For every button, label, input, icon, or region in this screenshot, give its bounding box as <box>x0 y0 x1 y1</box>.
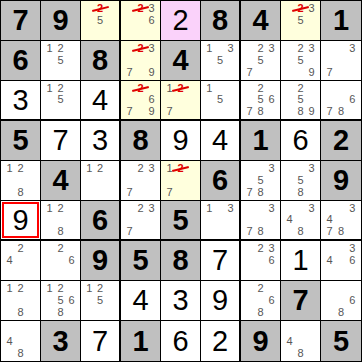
candidate-5: 5 <box>295 15 306 27</box>
solved-digit: 2 <box>161 1 200 40</box>
candidate-6: 6 <box>66 295 77 307</box>
candidate-3: 3 <box>306 3 317 15</box>
cell-r8c3[interactable]: 125 <box>81 281 121 321</box>
cell-r2c5[interactable]: 4 <box>161 41 201 81</box>
given-digit: 2 <box>321 121 361 160</box>
candidate-grid: 3578 <box>241 161 280 200</box>
candidate-7: 7 <box>164 186 175 198</box>
given-digit: 6 <box>201 161 239 200</box>
cell-r8c1[interactable]: 128 <box>1 281 41 321</box>
candidate-grid: 2359 <box>281 41 320 80</box>
candidate-8: 8 <box>255 186 266 198</box>
cell-r4c8[interactable]: 6 <box>281 121 321 161</box>
given-digit: 1 <box>241 121 280 160</box>
given-digit: 4 <box>241 1 280 40</box>
candidate-8: 8 <box>295 186 306 198</box>
cell-r9c7[interactable]: 9 <box>241 321 281 361</box>
candidate-8: 8 <box>15 306 26 318</box>
candidate-3: 3 <box>347 203 358 214</box>
candidate-7: 7 <box>244 66 255 78</box>
candidate-grid: 25678 <box>241 81 280 119</box>
cell-r4c7[interactable]: 1 <box>241 121 281 161</box>
candidate-4: 4 <box>284 214 295 225</box>
cell-r8c7[interactable]: 268 <box>241 281 281 321</box>
cell-r3c4[interactable]: 2679 <box>121 81 161 121</box>
cell-r3c1[interactable]: 3 <box>1 81 41 121</box>
cell-r7c7[interactable]: 236 <box>241 241 281 281</box>
solved-digit: 3 <box>161 281 200 320</box>
cell-r2c9[interactable]: 37 <box>321 41 361 81</box>
candidate-2: 2 <box>135 43 146 55</box>
candidate-7: 7 <box>124 186 135 198</box>
candidate-2: 2 <box>295 43 306 55</box>
solved-digit: 3 <box>81 121 119 160</box>
candidate-4: 4 <box>4 335 15 347</box>
given-digit: 9 <box>241 321 280 361</box>
candidate-grid: 48 <box>1 321 40 361</box>
candidate-grid: 235 <box>281 1 320 40</box>
solved-digit: 9 <box>1 201 40 239</box>
candidate-5: 5 <box>55 55 66 67</box>
solved-digit: 7 <box>41 121 80 160</box>
candidate-9: 9 <box>306 106 317 117</box>
candidate-2: 2 <box>55 283 66 295</box>
cell-r6c3[interactable]: 6 <box>81 201 121 241</box>
candidate-5: 5 <box>55 295 66 307</box>
candidate-2: 2 <box>95 3 106 15</box>
candidate-2: 2 <box>175 83 186 94</box>
cell-r8c8[interactable]: 7 <box>281 281 321 321</box>
given-digit: 5 <box>321 321 361 361</box>
candidate-1: 1 <box>4 163 15 175</box>
candidate-7: 7 <box>324 66 335 78</box>
solved-digit: 7 <box>81 321 119 361</box>
cell-r9c4[interactable]: 1 <box>121 321 161 361</box>
candidate-3: 3 <box>146 203 157 214</box>
candidate-7: 7 <box>124 106 135 117</box>
candidate-grid: 125 <box>41 81 80 119</box>
candidate-grid: 12568 <box>41 281 80 320</box>
candidate-2: 2 <box>135 203 146 214</box>
cell-r6c1[interactable]: 9 <box>1 201 41 241</box>
candidate-3: 3 <box>266 203 277 214</box>
cell-r1c3[interactable]: 25 <box>81 1 121 41</box>
candidate-8: 8 <box>15 347 26 359</box>
candidate-2: 2 <box>15 243 26 255</box>
candidate-grid: 24 <box>1 241 40 280</box>
candidate-2: 2 <box>295 3 306 15</box>
candidate-2: 2 <box>255 243 266 255</box>
given-digit: 9 <box>81 241 119 280</box>
candidate-grid: 2379 <box>121 41 160 80</box>
candidate-grid: 128 <box>41 201 80 239</box>
candidate-2: 2 <box>55 43 66 55</box>
candidate-2: 2 <box>55 243 66 255</box>
cell-r6c7[interactable]: 378 <box>241 201 281 241</box>
candidate-5: 5 <box>255 175 266 187</box>
candidate-3: 3 <box>306 203 317 214</box>
candidate-grid: 13 <box>201 201 239 239</box>
cell-r9c5[interactable]: 6 <box>161 321 201 361</box>
candidate-7: 7 <box>124 66 135 78</box>
candidate-1: 1 <box>44 43 55 55</box>
candidate-1: 1 <box>204 83 215 94</box>
cell-r7c4[interactable]: 5 <box>121 241 161 281</box>
cell-r9c2[interactable]: 3 <box>41 321 81 361</box>
cell-r6c9[interactable]: 3478 <box>321 201 361 241</box>
candidate-grid: 127 <box>161 81 200 119</box>
cell-r2c1[interactable]: 6 <box>1 41 41 81</box>
candidate-6: 6 <box>347 94 358 105</box>
candidate-grid: 26 <box>41 241 80 280</box>
candidate-2: 2 <box>135 3 146 15</box>
candidate-8: 8 <box>295 106 306 117</box>
cell-r7c1[interactable]: 24 <box>1 241 41 281</box>
given-digit: 8 <box>81 41 119 80</box>
sudoku-board: 7925236284235161258237941352357235937312… <box>0 0 362 362</box>
solved-digit: 4 <box>121 281 160 320</box>
candidate-2: 2 <box>135 83 146 94</box>
cell-r5c7[interactable]: 3578 <box>241 161 281 201</box>
cell-r7c5[interactable]: 8 <box>161 241 201 281</box>
candidate-grid: 236 <box>121 1 160 40</box>
candidate-6: 6 <box>347 255 358 267</box>
cell-r2c7[interactable]: 2357 <box>241 41 281 81</box>
cell-r3c2[interactable]: 125 <box>41 81 81 121</box>
given-digit: 1 <box>321 1 361 40</box>
candidate-2: 2 <box>15 283 26 295</box>
candidate-2: 2 <box>175 163 186 175</box>
cell-r7c9[interactable]: 346 <box>321 241 361 281</box>
candidate-3: 3 <box>146 3 157 15</box>
cell-r1c4[interactable]: 236 <box>121 1 161 41</box>
candidate-3: 3 <box>347 43 358 55</box>
candidate-3: 3 <box>347 243 358 255</box>
cell-r4c1[interactable]: 5 <box>1 121 41 161</box>
candidate-1: 1 <box>204 203 215 214</box>
cell-r2c2[interactable]: 125 <box>41 41 81 81</box>
candidate-2: 2 <box>95 163 106 175</box>
candidate-5: 5 <box>255 55 266 67</box>
given-digit: 4 <box>41 161 80 200</box>
given-digit: 5 <box>161 201 200 239</box>
cell-r3c5[interactable]: 127 <box>161 81 201 121</box>
given-digit: 3 <box>41 321 80 361</box>
cell-r9c1[interactable]: 48 <box>1 321 41 361</box>
solved-digit: 7 <box>201 241 239 280</box>
candidate-grid: 378 <box>241 201 280 239</box>
candidate-5: 5 <box>215 94 226 105</box>
candidate-grid: 2679 <box>121 81 160 119</box>
cell-r2c8[interactable]: 2359 <box>281 41 321 81</box>
cell-r5c4[interactable]: 237 <box>121 161 161 201</box>
candidate-grid: 678 <box>321 81 361 119</box>
candidate-grid: 127 <box>161 161 200 200</box>
candidate-7: 7 <box>324 226 335 237</box>
solved-digit: 4 <box>201 121 239 160</box>
solved-digit: 3 <box>1 81 40 119</box>
candidate-4: 4 <box>324 255 335 267</box>
cell-r8c9[interactable]: 68 <box>321 281 361 321</box>
candidate-7: 7 <box>244 186 255 198</box>
candidate-grid: 125 <box>81 281 119 320</box>
solved-digit: 9 <box>201 281 239 320</box>
candidate-grid: 237 <box>121 161 160 200</box>
candidate-2: 2 <box>255 43 266 55</box>
cell-r7c3[interactable]: 9 <box>81 241 121 281</box>
cell-r5c6[interactable]: 6 <box>201 161 241 201</box>
given-digit: 5 <box>1 121 40 160</box>
given-digit: 4 <box>161 41 200 80</box>
cell-r9c3[interactable]: 7 <box>81 321 121 361</box>
candidate-2: 2 <box>255 283 266 295</box>
given-digit: 7 <box>1 1 40 40</box>
given-digit: 8 <box>121 121 160 160</box>
candidate-1: 1 <box>84 283 95 295</box>
cell-r4c2[interactable]: 7 <box>41 121 81 161</box>
candidate-1: 1 <box>44 283 55 295</box>
candidate-grid: 125 <box>41 41 80 80</box>
candidate-6: 6 <box>266 94 277 105</box>
candidate-6: 6 <box>146 94 157 105</box>
candidate-1: 1 <box>84 163 95 175</box>
candidate-grid: 48 <box>281 321 320 361</box>
solved-digit: 9 <box>161 121 200 160</box>
candidate-1: 1 <box>4 283 15 295</box>
candidate-6: 6 <box>266 295 277 307</box>
candidate-5: 5 <box>295 55 306 67</box>
solved-digit: 1 <box>281 241 320 280</box>
candidate-2: 2 <box>55 203 66 214</box>
given-digit: 7 <box>281 281 320 320</box>
cell-r6c4[interactable]: 237 <box>121 201 161 241</box>
candidate-7: 7 <box>164 106 175 117</box>
candidate-3: 3 <box>225 43 236 55</box>
candidate-8: 8 <box>255 106 266 117</box>
cell-r5c2[interactable]: 4 <box>41 161 81 201</box>
given-digit: 6 <box>81 201 119 239</box>
solved-digit: 2 <box>201 321 239 361</box>
candidate-7: 7 <box>244 226 255 237</box>
candidate-8: 8 <box>335 106 346 117</box>
candidate-8: 8 <box>15 186 26 198</box>
candidate-9: 9 <box>146 66 157 78</box>
candidate-grid: 2357 <box>241 41 280 80</box>
candidate-2: 2 <box>15 163 26 175</box>
candidate-5: 5 <box>255 94 266 105</box>
candidate-3: 3 <box>266 163 277 175</box>
candidate-5: 5 <box>55 94 66 105</box>
cell-r8c5[interactable]: 3 <box>161 281 201 321</box>
cell-r5c8[interactable]: 358 <box>281 161 321 201</box>
candidate-grid: 268 <box>241 281 280 320</box>
cell-r9c6[interactable]: 2 <box>201 321 241 361</box>
cell-r7c2[interactable]: 26 <box>41 241 81 281</box>
candidate-5: 5 <box>295 94 306 105</box>
cell-r3c9[interactable]: 678 <box>321 81 361 121</box>
cell-r6c6[interactable]: 13 <box>201 201 241 241</box>
candidate-8: 8 <box>295 347 306 359</box>
candidate-grid: 236 <box>241 241 280 280</box>
cell-r3c6[interactable]: 15 <box>201 81 241 121</box>
candidate-3: 3 <box>306 163 317 175</box>
cell-r4c6[interactable]: 4 <box>201 121 241 161</box>
cell-r1c1[interactable]: 7 <box>1 1 41 41</box>
cell-r3c8[interactable]: 2589 <box>281 81 321 121</box>
candidate-grid: 128 <box>1 281 40 320</box>
candidate-8: 8 <box>255 306 266 318</box>
candidate-grid: 2589 <box>281 81 320 119</box>
candidate-6: 6 <box>347 295 358 307</box>
candidate-6: 6 <box>266 255 277 267</box>
candidate-1: 1 <box>204 43 215 55</box>
candidate-9: 9 <box>146 106 157 117</box>
candidate-3: 3 <box>146 163 157 175</box>
cell-r5c9[interactable]: 9 <box>321 161 361 201</box>
candidate-9: 9 <box>306 66 317 78</box>
cell-r9c8[interactable]: 48 <box>281 321 321 361</box>
candidate-7: 7 <box>324 106 335 117</box>
candidate-grid: 346 <box>321 241 361 280</box>
cell-r5c1[interactable]: 128 <box>1 161 41 201</box>
given-digit: 5 <box>121 241 160 280</box>
candidate-4: 4 <box>4 255 15 267</box>
cell-r9c9[interactable]: 5 <box>321 321 361 361</box>
candidate-5: 5 <box>95 295 106 307</box>
candidate-2: 2 <box>95 283 106 295</box>
cell-r1c2[interactable]: 9 <box>41 1 81 41</box>
candidate-7: 7 <box>124 226 135 237</box>
candidate-grid: 25 <box>81 1 119 40</box>
cell-r4c9[interactable]: 2 <box>321 121 361 161</box>
candidate-3: 3 <box>146 43 157 55</box>
solved-digit: 6 <box>281 121 320 160</box>
candidate-grid: 15 <box>201 81 239 119</box>
candidate-8: 8 <box>335 226 346 237</box>
cell-r4c4[interactable]: 8 <box>121 121 161 161</box>
candidate-8: 8 <box>55 306 66 318</box>
cell-r6c5[interactable]: 5 <box>161 201 201 241</box>
cell-r4c3[interactable]: 3 <box>81 121 121 161</box>
candidate-3: 3 <box>306 43 317 55</box>
candidate-grid: 12 <box>81 161 119 200</box>
candidate-4: 4 <box>324 214 335 225</box>
candidate-grid: 358 <box>281 161 320 200</box>
cell-r1c7[interactable]: 4 <box>241 1 281 41</box>
cell-r8c4[interactable]: 4 <box>121 281 161 321</box>
candidate-grid: 348 <box>281 201 320 239</box>
candidate-5: 5 <box>95 15 106 27</box>
cell-r4c5[interactable]: 9 <box>161 121 201 161</box>
candidate-3: 3 <box>266 43 277 55</box>
candidate-1: 1 <box>44 83 55 94</box>
candidate-3: 3 <box>266 243 277 255</box>
candidate-5: 5 <box>295 175 306 187</box>
candidate-grid: 68 <box>321 281 361 320</box>
cell-r8c2[interactable]: 12568 <box>41 281 81 321</box>
cell-r2c3[interactable]: 8 <box>81 41 121 81</box>
candidate-5: 5 <box>215 55 226 67</box>
candidate-2: 2 <box>135 163 146 175</box>
solved-digit: 6 <box>161 321 200 361</box>
candidate-8: 8 <box>255 226 266 237</box>
cell-r5c3[interactable]: 12 <box>81 161 121 201</box>
cell-r1c5[interactable]: 2 <box>161 1 201 41</box>
candidate-1: 1 <box>44 203 55 214</box>
cell-r5c5[interactable]: 127 <box>161 161 201 201</box>
cell-r3c7[interactable]: 25678 <box>241 81 281 121</box>
candidate-grid: 128 <box>1 161 40 200</box>
candidate-grid: 135 <box>201 41 239 80</box>
given-digit: 8 <box>161 241 200 280</box>
candidate-grid: 237 <box>121 201 160 239</box>
candidate-6: 6 <box>146 15 157 27</box>
cell-r1c6[interactable]: 8 <box>201 1 241 41</box>
solved-digit: 4 <box>81 81 119 119</box>
candidate-4: 4 <box>284 335 295 347</box>
given-digit: 9 <box>321 161 361 200</box>
cell-r7c8[interactable]: 1 <box>281 241 321 281</box>
given-digit: 9 <box>41 1 80 40</box>
candidate-8: 8 <box>335 306 346 318</box>
cell-r2c4[interactable]: 2379 <box>121 41 161 81</box>
cell-r7c6[interactable]: 7 <box>201 241 241 281</box>
candidate-grid: 37 <box>321 41 361 80</box>
cell-r6c8[interactable]: 348 <box>281 201 321 241</box>
candidate-3: 3 <box>225 203 236 214</box>
given-digit: 8 <box>201 1 239 40</box>
cell-r8c6[interactable]: 9 <box>201 281 241 321</box>
cell-r2c6[interactable]: 135 <box>201 41 241 81</box>
given-digit: 1 <box>121 321 160 361</box>
candidate-8: 8 <box>55 226 66 237</box>
given-digit: 6 <box>1 41 40 80</box>
cell-r1c8[interactable]: 235 <box>281 1 321 41</box>
candidate-7: 7 <box>244 106 255 117</box>
candidate-8: 8 <box>295 226 306 237</box>
candidate-6: 6 <box>66 255 77 267</box>
cell-r1c9[interactable]: 1 <box>321 1 361 41</box>
cell-r3c3[interactable]: 4 <box>81 81 121 121</box>
cell-r6c2[interactable]: 128 <box>41 201 81 241</box>
candidate-grid: 3478 <box>321 201 361 239</box>
